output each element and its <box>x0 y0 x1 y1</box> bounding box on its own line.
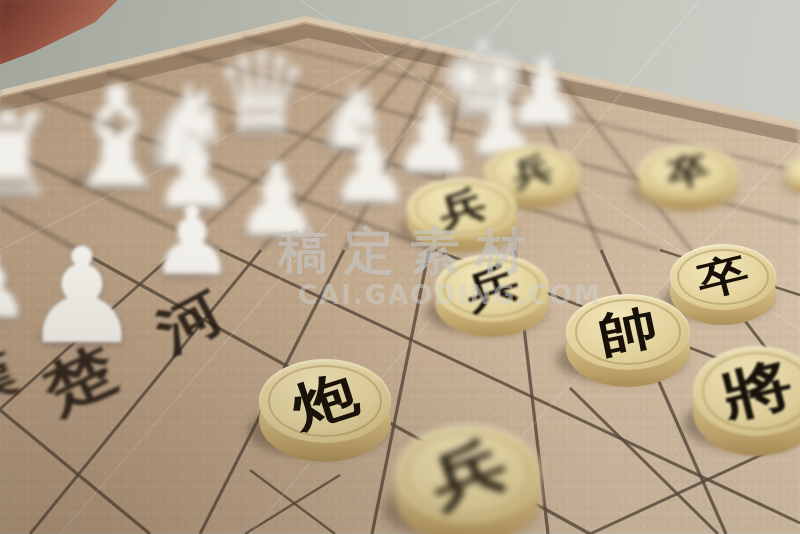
watermark-url-text: CAI.GAODING.COM <box>298 280 602 310</box>
watermark: 稿定素材 CAI.GAODING.COM <box>0 0 800 534</box>
watermark-main-text: 稿定素材 <box>278 218 542 285</box>
photo-scene: 河楚漢 ♜♝♞♛♞♟♟♟♟♟♟♚♟♟♟ 兵卒兵卒兵帥將炮兵 稿定素材 CAI.G… <box>0 0 800 534</box>
